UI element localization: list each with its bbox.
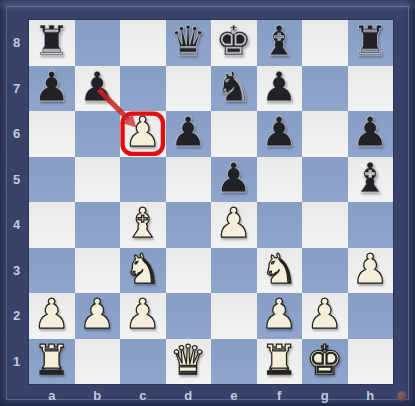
rank-label-7: 7	[0, 66, 29, 112]
square-d8[interactable]: ♛	[166, 20, 212, 66]
square-e5[interactable]: ♟	[211, 157, 257, 203]
square-d2[interactable]	[166, 293, 212, 339]
square-a7[interactable]: ♟	[29, 66, 75, 112]
square-f8[interactable]: ♝	[257, 20, 303, 66]
rank-labels: 87654321	[0, 20, 29, 384]
square-c1[interactable]	[120, 339, 166, 385]
white-pawn-c2[interactable]: ♟	[124, 294, 161, 335]
square-a3[interactable]	[29, 248, 75, 294]
square-h7[interactable]	[348, 66, 394, 112]
white-pawn-e4[interactable]: ♟	[215, 203, 252, 244]
square-e4[interactable]: ♟	[211, 202, 257, 248]
black-pawn-f7[interactable]: ♟	[261, 67, 298, 108]
black-pawn-b7[interactable]: ♟	[79, 67, 116, 108]
square-e2[interactable]	[211, 293, 257, 339]
square-a2[interactable]: ♟	[29, 293, 75, 339]
square-a5[interactable]	[29, 157, 75, 203]
white-pawn-b2[interactable]: ♟	[79, 294, 116, 335]
square-a8[interactable]: ♜	[29, 20, 75, 66]
rank-label-2: 2	[0, 293, 29, 339]
black-bishop-h5[interactable]: ♝	[352, 158, 389, 199]
square-f4[interactable]	[257, 202, 303, 248]
square-d4[interactable]	[166, 202, 212, 248]
square-g7[interactable]	[302, 66, 348, 112]
file-label-d: d	[166, 384, 212, 406]
square-f6[interactable]: ♟	[257, 111, 303, 157]
black-pawn-f6[interactable]: ♟	[261, 112, 298, 153]
black-pawn-a7[interactable]: ♟	[33, 67, 70, 108]
square-h3[interactable]: ♟	[348, 248, 394, 294]
white-pawn-a2[interactable]: ♟	[33, 294, 70, 335]
black-king-e8[interactable]: ♚	[215, 21, 252, 62]
white-queen-d1[interactable]: ♛	[170, 340, 207, 381]
square-e8[interactable]: ♚	[211, 20, 257, 66]
square-b7[interactable]: ♟	[75, 66, 121, 112]
file-label-e: e	[211, 384, 257, 406]
white-pawn-g2[interactable]: ♟	[306, 294, 343, 335]
chess-board: ♜♛♚♝♜♟♟♞♟♟♟♟♟♟♝♝♟♞♞♟♟♟♟♟♟♜♛♜♚	[29, 20, 393, 384]
black-bishop-f8[interactable]: ♝	[261, 21, 298, 62]
square-b6[interactable]	[75, 111, 121, 157]
square-h4[interactable]	[348, 202, 394, 248]
rank-label-6: 6	[0, 111, 29, 157]
square-g6[interactable]	[302, 111, 348, 157]
square-b8[interactable]	[75, 20, 121, 66]
square-e3[interactable]	[211, 248, 257, 294]
square-c5[interactable]	[120, 157, 166, 203]
square-h5[interactable]: ♝	[348, 157, 394, 203]
square-c3[interactable]: ♞	[120, 248, 166, 294]
square-b2[interactable]: ♟	[75, 293, 121, 339]
black-pawn-h6[interactable]: ♟	[352, 112, 389, 153]
square-g3[interactable]	[302, 248, 348, 294]
square-h8[interactable]: ♜	[348, 20, 394, 66]
white-pawn-c6[interactable]: ♟	[124, 112, 161, 153]
square-c4[interactable]: ♝	[120, 202, 166, 248]
square-b3[interactable]	[75, 248, 121, 294]
square-a1[interactable]: ♜	[29, 339, 75, 385]
square-h6[interactable]: ♟	[348, 111, 394, 157]
status-dot	[397, 391, 407, 401]
file-label-c: c	[120, 384, 166, 406]
white-knight-c3[interactable]: ♞	[124, 249, 161, 290]
square-a6[interactable]	[29, 111, 75, 157]
black-pawn-d6[interactable]: ♟	[170, 112, 207, 153]
square-g8[interactable]	[302, 20, 348, 66]
square-g4[interactable]	[302, 202, 348, 248]
square-d7[interactable]	[166, 66, 212, 112]
square-a4[interactable]	[29, 202, 75, 248]
white-pawn-h3[interactable]: ♟	[352, 249, 389, 290]
black-queen-d8[interactable]: ♛	[170, 21, 207, 62]
file-label-h: h	[348, 384, 394, 406]
square-e7[interactable]: ♞	[211, 66, 257, 112]
file-label-b: b	[75, 384, 121, 406]
square-f5[interactable]	[257, 157, 303, 203]
square-g2[interactable]: ♟	[302, 293, 348, 339]
file-label-a: a	[29, 384, 75, 406]
chess-board-frame: 87654321 ♜♛♚♝♜♟♟♞♟♟♟♟♟♟♝♝♟♞♞♟♟♟♟♟♟♜♛♜♚ a…	[0, 0, 415, 406]
square-b5[interactable]	[75, 157, 121, 203]
white-pawn-f2[interactable]: ♟	[261, 294, 298, 335]
white-rook-f1[interactable]: ♜	[261, 340, 298, 381]
square-b1[interactable]	[75, 339, 121, 385]
square-f1[interactable]: ♜	[257, 339, 303, 385]
square-c8[interactable]	[120, 20, 166, 66]
rank-label-3: 3	[0, 248, 29, 294]
square-c7[interactable]	[120, 66, 166, 112]
black-knight-e7[interactable]: ♞	[215, 67, 252, 108]
file-label-f: f	[257, 384, 303, 406]
square-d5[interactable]	[166, 157, 212, 203]
square-g5[interactable]	[302, 157, 348, 203]
white-bishop-c4[interactable]: ♝	[124, 203, 161, 244]
square-d1[interactable]: ♛	[166, 339, 212, 385]
square-d3[interactable]	[166, 248, 212, 294]
rank-label-8: 8	[0, 20, 29, 66]
square-d6[interactable]: ♟	[166, 111, 212, 157]
square-e6[interactable]	[211, 111, 257, 157]
square-b4[interactable]	[75, 202, 121, 248]
rank-label-1: 1	[0, 339, 29, 385]
black-rook-h8[interactable]: ♜	[352, 21, 389, 62]
white-king-g1[interactable]: ♚	[306, 340, 343, 381]
file-label-g: g	[302, 384, 348, 406]
square-f2[interactable]: ♟	[257, 293, 303, 339]
square-e1[interactable]	[211, 339, 257, 385]
rank-label-5: 5	[0, 157, 29, 203]
square-c2[interactable]: ♟	[120, 293, 166, 339]
square-f7[interactable]: ♟	[257, 66, 303, 112]
square-f3[interactable]: ♞	[257, 248, 303, 294]
black-rook-a8[interactable]: ♜	[33, 21, 70, 62]
rank-label-4: 4	[0, 202, 29, 248]
square-h1[interactable]	[348, 339, 394, 385]
file-labels: abcdefgh	[29, 384, 393, 406]
square-h2[interactable]	[348, 293, 394, 339]
white-rook-a1[interactable]: ♜	[33, 340, 70, 381]
black-pawn-e5[interactable]: ♟	[215, 158, 252, 199]
square-g1[interactable]: ♚	[302, 339, 348, 385]
white-knight-f3[interactable]: ♞	[261, 249, 298, 290]
square-c6[interactable]: ♟	[120, 111, 166, 157]
